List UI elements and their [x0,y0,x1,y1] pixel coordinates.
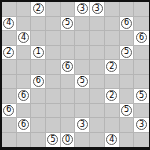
clue-cell-r6c9: 5 [134,89,149,104]
clue-circle-icon: 2 [3,47,14,58]
clue-circle-icon: 3 [136,119,147,130]
empty-cell-r1c1[interactable] [17,17,32,32]
clue-circle-icon: 5 [47,134,58,145]
empty-cell-r9c5[interactable] [75,133,90,148]
empty-cell-r6c5[interactable] [75,89,90,104]
empty-cell-r2c4[interactable] [61,31,76,46]
clue-cell-r3c0: 2 [2,46,17,61]
clue-cell-r7c8: 5 [120,104,135,119]
empty-cell-r7c9[interactable] [134,104,149,119]
empty-cell-r0c7[interactable] [105,2,120,17]
clue-circle-icon: 6 [62,61,73,72]
empty-cell-r2c7[interactable] [105,31,120,46]
empty-cell-r9c8[interactable] [120,133,135,148]
empty-cell-r5c8[interactable] [120,75,135,90]
empty-cell-r9c9[interactable] [134,133,149,148]
clue-cell-r6c7: 2 [105,89,120,104]
empty-cell-r0c8[interactable] [120,2,135,17]
clue-cell-r6c1: 6 [17,89,32,104]
empty-cell-r6c3[interactable] [46,89,61,104]
empty-cell-r7c6[interactable] [90,104,105,119]
clue-cell-r2c1: 4 [17,31,32,46]
empty-cell-r9c2[interactable] [31,133,46,148]
clue-cell-r0c2: 2 [31,2,46,17]
empty-cell-r9c1[interactable] [17,133,32,148]
empty-cell-r4c0[interactable] [2,60,17,75]
clue-cell-r3c2: 1 [31,46,46,61]
empty-cell-r1c9[interactable] [134,17,149,32]
clue-cell-r4c4: 6 [61,60,76,75]
puzzle-grid: 23345646215626562565633504 [2,2,149,147]
clue-circle-icon: 2 [106,90,117,101]
clue-cell-r0c6: 3 [90,2,105,17]
empty-cell-r5c9[interactable] [134,75,149,90]
clue-cell-r7c0: 6 [2,104,17,119]
clue-cell-r1c4: 5 [61,17,76,32]
empty-cell-r4c5[interactable] [75,60,90,75]
empty-cell-r3c1[interactable] [17,46,32,61]
clue-cell-r3c8: 5 [120,46,135,61]
empty-cell-r5c7[interactable] [105,75,120,90]
empty-cell-r0c3[interactable] [46,2,61,17]
empty-cell-r4c8[interactable] [120,60,135,75]
empty-cell-r9c6[interactable] [90,133,105,148]
empty-cell-r6c2[interactable] [31,89,46,104]
empty-cell-r5c3[interactable] [46,75,61,90]
empty-cell-r8c2[interactable] [31,118,46,133]
empty-cell-r5c6[interactable] [90,75,105,90]
clue-circle-icon: 6 [136,32,147,43]
empty-cell-r4c2[interactable] [31,60,46,75]
clue-circle-icon: 5 [77,76,88,87]
clue-cell-r8c5: 3 [75,118,90,133]
empty-cell-r6c6[interactable] [90,89,105,104]
empty-cell-r6c8[interactable] [120,89,135,104]
empty-cell-r3c4[interactable] [61,46,76,61]
empty-cell-r3c6[interactable] [90,46,105,61]
clue-cell-r2c9: 6 [134,31,149,46]
empty-cell-r2c6[interactable] [90,31,105,46]
clue-cell-r1c8: 6 [120,17,135,32]
clue-circle-icon: 1 [33,47,44,58]
clue-cell-r9c4: 0 [61,133,76,148]
clue-circle-icon: 5 [121,47,132,58]
empty-cell-r8c6[interactable] [90,118,105,133]
clue-cell-r4c7: 2 [105,60,120,75]
clue-cell-r0c5: 3 [75,2,90,17]
empty-cell-r7c1[interactable] [17,104,32,119]
clue-cell-r8c1: 6 [17,118,32,133]
clue-circle-icon: 2 [106,61,117,72]
empty-cell-r4c6[interactable] [90,60,105,75]
empty-cell-r1c5[interactable] [75,17,90,32]
empty-cell-r7c2[interactable] [31,104,46,119]
empty-cell-r4c3[interactable] [46,60,61,75]
empty-cell-r0c9[interactable] [134,2,149,17]
empty-cell-r6c4[interactable] [61,89,76,104]
empty-cell-r4c9[interactable] [134,60,149,75]
clue-circle-icon: 3 [92,3,103,14]
empty-cell-r8c4[interactable] [61,118,76,133]
empty-cell-r0c1[interactable] [17,2,32,17]
empty-cell-r7c4[interactable] [61,104,76,119]
clue-circle-icon: 6 [3,105,14,116]
empty-cell-r7c7[interactable] [105,104,120,119]
clue-circle-icon: 3 [77,119,88,130]
empty-cell-r3c3[interactable] [46,46,61,61]
empty-cell-r0c4[interactable] [61,2,76,17]
empty-cell-r3c7[interactable] [105,46,120,61]
empty-cell-r5c1[interactable] [17,75,32,90]
clue-circle-icon: 5 [121,105,132,116]
clue-circle-icon: 5 [136,90,147,101]
empty-cell-r1c3[interactable] [46,17,61,32]
clue-cell-r1c0: 4 [2,17,17,32]
empty-cell-r6c0[interactable] [2,89,17,104]
clue-circle-icon: 6 [18,119,29,130]
clue-circle-icon: 3 [77,3,88,14]
clue-cell-r5c5: 5 [75,75,90,90]
clue-circle-icon: 6 [18,90,29,101]
clue-cell-r9c3: 5 [46,133,61,148]
empty-cell-r7c5[interactable] [75,104,90,119]
empty-cell-r3c5[interactable] [75,46,90,61]
empty-cell-r1c6[interactable] [90,17,105,32]
clue-circle-icon: 6 [33,76,44,87]
empty-cell-r8c8[interactable] [120,118,135,133]
clue-circle-icon: 2 [33,3,44,14]
empty-cell-r1c7[interactable] [105,17,120,32]
clue-circle-icon: 4 [3,18,14,29]
empty-cell-r5c0[interactable] [2,75,17,90]
clue-circle-icon: 0 [62,134,73,145]
clue-circle-icon: 6 [121,18,132,29]
empty-cell-r2c0[interactable] [2,31,17,46]
empty-cell-r0c0[interactable] [2,2,17,17]
empty-cell-r2c8[interactable] [120,31,135,46]
empty-cell-r1c2[interactable] [31,17,46,32]
empty-cell-r3c9[interactable] [134,46,149,61]
clue-circle-icon: 5 [62,18,73,29]
empty-cell-r2c3[interactable] [46,31,61,46]
empty-cell-r9c0[interactable] [2,133,17,148]
empty-cell-r8c7[interactable] [105,118,120,133]
empty-cell-r8c3[interactable] [46,118,61,133]
empty-cell-r2c5[interactable] [75,31,90,46]
empty-cell-r2c2[interactable] [31,31,46,46]
empty-cell-r8c0[interactable] [2,118,17,133]
puzzle-board-frame: 23345646215626562565633504 [0,0,150,150]
clue-cell-r8c9: 3 [134,118,149,133]
clue-circle-icon: 4 [106,134,117,145]
empty-cell-r4c1[interactable] [17,60,32,75]
clue-cell-r9c7: 4 [105,133,120,148]
empty-cell-r7c3[interactable] [46,104,61,119]
clue-circle-icon: 4 [18,32,29,43]
empty-cell-r5c4[interactable] [61,75,76,90]
clue-cell-r5c2: 6 [31,75,46,90]
